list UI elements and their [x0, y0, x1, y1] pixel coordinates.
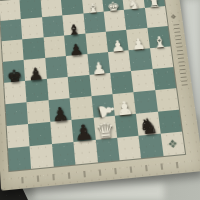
cell-r7c1[interactable]: [7, 124, 30, 148]
cell-r5c6[interactable]: [110, 71, 134, 94]
cell-r3c6[interactable]: ♟: [106, 30, 129, 52]
cell-r7c4[interactable]: ♟: [72, 118, 96, 142]
cell-r4c5[interactable]: ♟: [87, 52, 110, 75]
cell-r6c2[interactable]: [27, 100, 50, 124]
cell-r3c8[interactable]: ♝: [147, 26, 170, 48]
photo-chess-scene: ♝♚♞♜♝♟♟♟♝♚♟♟♟♟♟♟♛♞❖: [0, 0, 200, 200]
cell-r5c3[interactable]: [47, 77, 70, 100]
cell-r5c8[interactable]: [152, 67, 176, 90]
cell-r2c2[interactable]: [21, 17, 43, 39]
piece-white-pawn: ♟: [91, 61, 108, 77]
cell-r7c2[interactable]: [28, 122, 51, 146]
cell-r1c2[interactable]: [20, 0, 42, 19]
cell-r6c8[interactable]: [155, 88, 179, 112]
piece-white-king: ♚: [107, 1, 120, 13]
piece-white-rook: ♜: [148, 0, 161, 9]
cell-r7c8[interactable]: [158, 110, 182, 134]
cell-r3c5[interactable]: [85, 32, 108, 54]
cell-r2c4[interactable]: ♝: [62, 14, 85, 36]
piece-black-pawn: ♟: [73, 123, 94, 144]
maker-logo-diamond-icon: ❖: [160, 132, 185, 156]
piece-black-knight: ♞: [138, 117, 159, 138]
piece-white-bishop: ♝: [86, 3, 99, 15]
piece-black-king: ♚: [6, 68, 22, 84]
cell-r8c6[interactable]: [117, 136, 141, 161]
cell-r8c3[interactable]: [52, 142, 76, 167]
cell-r3c3[interactable]: [43, 36, 66, 58]
cell-r8c8[interactable]: ❖: [160, 132, 185, 156]
piece-black-bishop: ♝: [67, 23, 81, 37]
cell-r4c1[interactable]: ♚: [3, 60, 26, 83]
piece-white-pawn: ♟: [131, 37, 147, 52]
cell-r8c2[interactable]: [30, 144, 54, 169]
cell-r3c1[interactable]: [2, 39, 24, 62]
cell-r4c3[interactable]: [45, 56, 68, 79]
cell-r3c7[interactable]: ♟: [126, 28, 149, 50]
piece-white-pawn: ♟: [110, 39, 125, 54]
piece-white-queen: ♛: [95, 121, 116, 142]
piece-white-pawn: ♟: [115, 99, 134, 117]
cell-r7c5[interactable]: ♛: [93, 116, 117, 140]
cell-r2c3[interactable]: [42, 15, 64, 37]
piece-black-pawn: ♟: [68, 43, 83, 58]
cell-r2c1[interactable]: [0, 19, 22, 41]
cell-r6c3[interactable]: ♟: [48, 98, 71, 122]
piece-black-pawn: ♟: [51, 105, 70, 124]
cell-r1c1[interactable]: [0, 0, 21, 21]
chess-board: ♝♚♞♜♝♟♟♟♝♚♟♟♟♟♟♟♛♞❖: [0, 0, 200, 191]
cell-r6c5[interactable]: ♟: [91, 94, 115, 118]
cell-r6c4[interactable]: [70, 96, 93, 120]
cell-r5c7[interactable]: [131, 69, 155, 92]
cell-r7c7[interactable]: ♞: [136, 112, 160, 136]
cell-r5c4[interactable]: [68, 75, 91, 98]
cell-r8c1[interactable]: [8, 146, 31, 171]
cell-r3c2[interactable]: [23, 37, 45, 59]
piece-black-pawn: ♟: [28, 66, 44, 82]
cell-r6c6[interactable]: ♟: [112, 92, 136, 116]
cell-r6c7[interactable]: [134, 90, 158, 114]
piece-white-knight: ♞: [127, 0, 140, 11]
board-grid: ♝♚♞♜♝♟♟♟♝♚♟♟♟♟♟♟♛♞❖: [0, 0, 185, 171]
cell-r4c2[interactable]: ♟: [24, 58, 47, 81]
cell-r6c1[interactable]: [5, 102, 28, 126]
piece-white-bishop: ♝: [152, 35, 168, 50]
